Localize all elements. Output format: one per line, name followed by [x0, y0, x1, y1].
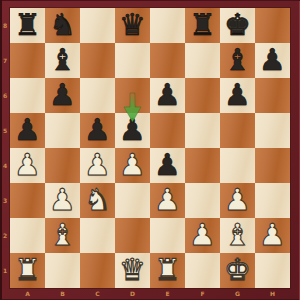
- square-b5[interactable]: [45, 113, 80, 148]
- rank-label-8: 8: [0, 8, 10, 43]
- square-b3[interactable]: ♟: [45, 183, 80, 218]
- square-d3[interactable]: [115, 183, 150, 218]
- file-labels: ABCDEFGH: [10, 288, 290, 300]
- square-b7[interactable]: ♝: [45, 43, 80, 78]
- piece-white-queen[interactable]: ♛: [119, 252, 146, 287]
- piece-black-queen[interactable]: ♛: [119, 7, 146, 42]
- rank-label-2: 2: [0, 218, 10, 253]
- piece-black-pawn[interactable]: ♟: [84, 112, 111, 147]
- square-h8[interactable]: [255, 8, 290, 43]
- piece-white-pawn[interactable]: ♟: [14, 147, 41, 182]
- square-b4[interactable]: [45, 148, 80, 183]
- square-b8[interactable]: ♞: [45, 8, 80, 43]
- square-g4[interactable]: [220, 148, 255, 183]
- rank-label-4: 4: [0, 148, 10, 183]
- piece-black-king[interactable]: ♚: [224, 7, 251, 42]
- file-label-d: D: [115, 288, 150, 300]
- piece-black-bishop[interactable]: ♝: [224, 42, 251, 77]
- piece-white-bishop[interactable]: ♝: [224, 217, 251, 252]
- rank-labels: 87654321: [0, 8, 10, 288]
- square-e6[interactable]: ♟: [150, 78, 185, 113]
- square-f3[interactable]: [185, 183, 220, 218]
- piece-white-pawn[interactable]: ♟: [84, 147, 111, 182]
- square-e8[interactable]: [150, 8, 185, 43]
- square-g1[interactable]: ♚: [220, 253, 255, 288]
- square-f4[interactable]: [185, 148, 220, 183]
- square-h2[interactable]: ♟: [255, 218, 290, 253]
- piece-black-pawn[interactable]: ♟: [119, 112, 146, 147]
- piece-white-pawn[interactable]: ♟: [154, 182, 181, 217]
- file-label-f: F: [185, 288, 220, 300]
- piece-black-rook[interactable]: ♜: [189, 7, 216, 42]
- square-a6[interactable]: [10, 78, 45, 113]
- rank-label-3: 3: [0, 183, 10, 218]
- square-f6[interactable]: [185, 78, 220, 113]
- file-label-a: A: [10, 288, 45, 300]
- square-a3[interactable]: [10, 183, 45, 218]
- square-c2[interactable]: [80, 218, 115, 253]
- square-f2[interactable]: ♟: [185, 218, 220, 253]
- piece-black-pawn[interactable]: ♟: [14, 112, 41, 147]
- square-f8[interactable]: ♜: [185, 8, 220, 43]
- square-g3[interactable]: ♟: [220, 183, 255, 218]
- square-e5[interactable]: [150, 113, 185, 148]
- square-d2[interactable]: [115, 218, 150, 253]
- piece-white-pawn[interactable]: ♟: [49, 182, 76, 217]
- piece-white-pawn[interactable]: ♟: [189, 217, 216, 252]
- square-e2[interactable]: [150, 218, 185, 253]
- square-e4[interactable]: ♟: [150, 148, 185, 183]
- piece-white-pawn[interactable]: ♟: [119, 147, 146, 182]
- square-a2[interactable]: [10, 218, 45, 253]
- square-d6[interactable]: [115, 78, 150, 113]
- square-h1[interactable]: [255, 253, 290, 288]
- square-e7[interactable]: [150, 43, 185, 78]
- square-a7[interactable]: [10, 43, 45, 78]
- square-b1[interactable]: [45, 253, 80, 288]
- file-label-b: B: [45, 288, 80, 300]
- piece-white-pawn[interactable]: ♟: [224, 182, 251, 217]
- piece-white-rook[interactable]: ♜: [14, 252, 41, 287]
- square-b6[interactable]: ♟: [45, 78, 80, 113]
- square-g6[interactable]: ♟: [220, 78, 255, 113]
- piece-black-pawn[interactable]: ♟: [49, 77, 76, 112]
- square-g2[interactable]: ♝: [220, 218, 255, 253]
- square-c3[interactable]: ♞: [80, 183, 115, 218]
- piece-black-pawn[interactable]: ♟: [224, 77, 251, 112]
- square-f1[interactable]: [185, 253, 220, 288]
- file-label-c: C: [80, 288, 115, 300]
- square-h5[interactable]: [255, 113, 290, 148]
- square-a5[interactable]: ♟: [10, 113, 45, 148]
- piece-black-pawn[interactable]: ♟: [154, 77, 181, 112]
- piece-white-king[interactable]: ♚: [224, 252, 251, 287]
- square-b2[interactable]: ♝: [45, 218, 80, 253]
- piece-white-bishop[interactable]: ♝: [49, 217, 76, 252]
- square-c5[interactable]: ♟: [80, 113, 115, 148]
- piece-white-rook[interactable]: ♜: [154, 252, 181, 287]
- rank-label-7: 7: [0, 43, 10, 78]
- rank-label-5: 5: [0, 113, 10, 148]
- square-h6[interactable]: [255, 78, 290, 113]
- square-h3[interactable]: [255, 183, 290, 218]
- square-e1[interactable]: ♜: [150, 253, 185, 288]
- square-f7[interactable]: [185, 43, 220, 78]
- piece-black-rook[interactable]: ♜: [14, 7, 41, 42]
- rank-label-1: 1: [0, 253, 10, 288]
- board-frame: ♜♞♛♜♚♝♝♟♟♟♟♟♟♟♟♟♟♟♟♞♟♟♝♟♝♟♜♛♜♚ 87654321 …: [0, 0, 300, 300]
- square-g7[interactable]: ♝: [220, 43, 255, 78]
- rank-label-6: 6: [0, 78, 10, 113]
- square-a4[interactable]: ♟: [10, 148, 45, 183]
- square-h4[interactable]: [255, 148, 290, 183]
- square-a1[interactable]: ♜: [10, 253, 45, 288]
- file-label-g: G: [220, 288, 255, 300]
- piece-white-knight[interactable]: ♞: [84, 182, 111, 217]
- square-c8[interactable]: [80, 8, 115, 43]
- square-a8[interactable]: ♜: [10, 8, 45, 43]
- square-g8[interactable]: ♚: [220, 8, 255, 43]
- square-d4[interactable]: ♟: [115, 148, 150, 183]
- file-label-h: H: [255, 288, 290, 300]
- square-d8[interactable]: ♛: [115, 8, 150, 43]
- square-g5[interactable]: [220, 113, 255, 148]
- square-c4[interactable]: ♟: [80, 148, 115, 183]
- square-h7[interactable]: ♟: [255, 43, 290, 78]
- square-c7[interactable]: [80, 43, 115, 78]
- piece-black-pawn[interactable]: ♟: [259, 42, 286, 77]
- square-c6[interactable]: [80, 78, 115, 113]
- square-c1[interactable]: [80, 253, 115, 288]
- square-e3[interactable]: ♟: [150, 183, 185, 218]
- square-d7[interactable]: [115, 43, 150, 78]
- chess-board: ♜♞♛♜♚♝♝♟♟♟♟♟♟♟♟♟♟♟♟♞♟♟♝♟♝♟♜♛♜♚: [10, 8, 290, 288]
- square-f5[interactable]: [185, 113, 220, 148]
- piece-black-bishop[interactable]: ♝: [49, 42, 76, 77]
- file-label-e: E: [150, 288, 185, 300]
- piece-white-pawn[interactable]: ♟: [259, 217, 286, 252]
- piece-black-pawn[interactable]: ♟: [154, 147, 181, 182]
- piece-black-knight[interactable]: ♞: [49, 7, 76, 42]
- square-d5[interactable]: ♟: [115, 113, 150, 148]
- square-d1[interactable]: ♛: [115, 253, 150, 288]
